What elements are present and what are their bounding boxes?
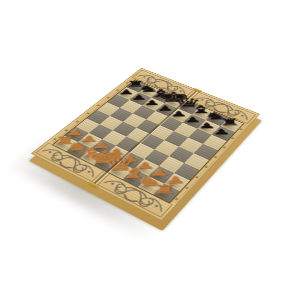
- square-b5: [179, 137, 203, 153]
- brass-pin-icon: [195, 175, 199, 178]
- piece-shadow: [129, 161, 153, 176]
- brass-pin-icon: [86, 112, 90, 114]
- piece-shadow: [118, 171, 142, 186]
- square-a1: ♜: [153, 184, 179, 203]
- piece-black-rook-a8: ♜: [218, 117, 241, 126]
- piece-white-pawn-c2: ♟: [135, 161, 154, 170]
- piece-white-pawn-a2: ♟: [165, 175, 185, 184]
- square-c3: [144, 149, 169, 166]
- square-b4: [169, 147, 194, 163]
- piece-shadow: [132, 178, 157, 194]
- piece-white-rook-a1: ♜: [152, 183, 177, 195]
- piece-shadow: [75, 150, 98, 164]
- chess-board: ♜♞♝♚♛♝♞♜♟♟♟♟♟♟♟♟♟♟♟♟♟♟♟♟♜♞♝♚♛♝♞♜: [31, 68, 260, 221]
- brass-pin-icon: [185, 186, 190, 189]
- brass-pin-icon: [97, 104, 101, 106]
- piece-shadow: [103, 164, 127, 179]
- square-b1: ♞: [138, 176, 164, 194]
- square-a4: [184, 153, 209, 170]
- square-a3: [174, 163, 199, 180]
- brass-pin-icon: [231, 136, 235, 139]
- brass-pin-icon: [213, 155, 217, 158]
- square-c1: ♝: [123, 169, 149, 187]
- brass-pin-icon: [174, 197, 179, 200]
- piece-shadow: [89, 157, 113, 172]
- square-c4: [155, 140, 179, 156]
- piece-shadow: [159, 175, 184, 191]
- board-3d-wrapper: ♜♞♝♚♛♝♞♜♟♟♟♟♟♟♟♟♟♟♟♟♟♟♟♟♜♞♝♚♛♝♞♜: [31, 68, 260, 221]
- piece-shadow: [148, 186, 173, 202]
- brass-pin-icon: [106, 96, 110, 98]
- piece-white-pawn-b2: ♟: [150, 168, 170, 177]
- piece-white-queen-d1: ♛: [101, 157, 136, 173]
- square-b2: ♟: [149, 166, 175, 184]
- square-d3: [130, 143, 155, 159]
- brass-pin-icon: [222, 146, 226, 149]
- square-d4: [140, 134, 164, 150]
- piece-white-knight-b1: ♞: [135, 175, 162, 188]
- chess-set-photo: ♜♞♝♚♛♝♞♜♟♟♟♟♟♟♟♟♟♟♟♟♟♟♟♟♜♞♝♚♛♝♞♜: [0, 0, 300, 300]
- piece-shadow: [143, 168, 167, 183]
- piece-black-pawn-a7: ♟: [212, 128, 231, 136]
- square-c2: ♟: [134, 159, 159, 176]
- square-b3: [159, 156, 184, 173]
- square-a2: ♟: [164, 173, 190, 191]
- square-d1: ♛: [108, 162, 134, 179]
- brass-pin-icon: [239, 128, 243, 131]
- brass-pin-icon: [204, 165, 208, 168]
- square-c5: [164, 131, 188, 146]
- narrow-border-a-side: [169, 123, 249, 204]
- piece-white-bishop-c1: ♝: [119, 166, 148, 180]
- piece-white-king-e1: ♚: [85, 149, 124, 166]
- brass-pin-icon: [76, 120, 80, 123]
- square-e1: ♚: [94, 155, 119, 172]
- square-a5: [194, 144, 218, 160]
- square-a6: [203, 135, 227, 151]
